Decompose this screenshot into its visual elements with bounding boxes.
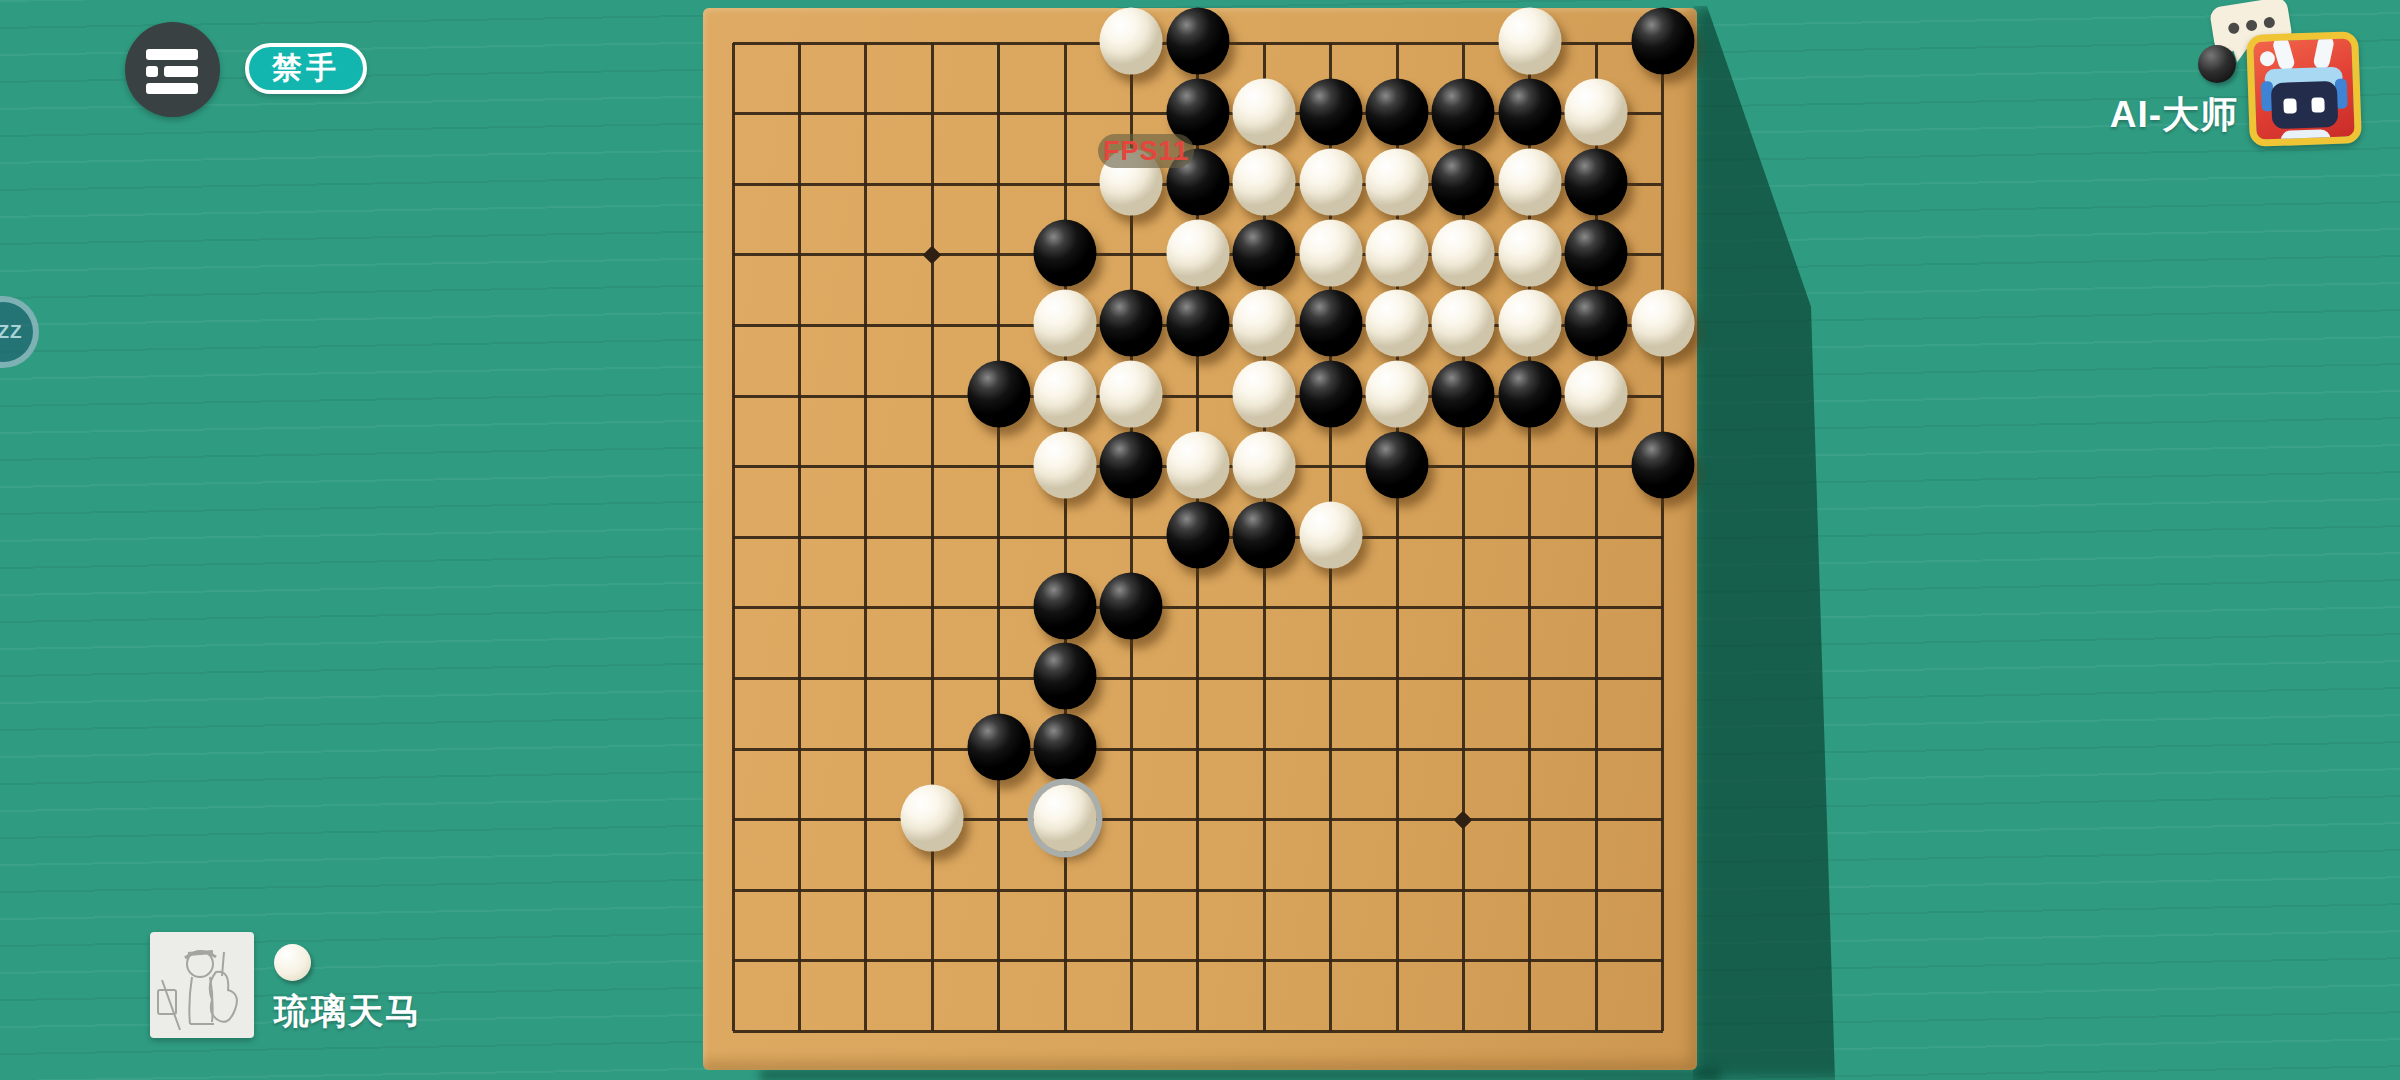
stone-black: [1299, 290, 1362, 357]
stone-white: [1498, 7, 1561, 74]
stone-black: [1631, 431, 1694, 498]
stone-white: [1432, 219, 1495, 286]
rule-button-label: 禁手: [272, 48, 340, 89]
stone-white: [1034, 290, 1097, 357]
player-white-stone-icon: [274, 944, 311, 981]
stone-white: [1233, 149, 1296, 216]
stone-white: [1366, 290, 1429, 357]
stone-white: [1233, 431, 1296, 498]
grid-line: [733, 889, 1663, 892]
star-point: [923, 246, 941, 264]
stone-white: [1166, 219, 1229, 286]
stone-white: [1565, 360, 1628, 427]
grid-line: [733, 1030, 1663, 1033]
stone-black: [1100, 572, 1163, 639]
stone-white: [1034, 360, 1097, 427]
stone-black: [1366, 78, 1429, 145]
stone-black: [967, 713, 1030, 780]
stone-black: [1166, 502, 1229, 569]
star-point: [1454, 810, 1472, 828]
stone-white: [1366, 149, 1429, 216]
stone-white: [1498, 219, 1561, 286]
stone-black: [1100, 290, 1163, 357]
sleep-badge-label: ZZ: [0, 321, 23, 343]
stone-black: [1565, 149, 1628, 216]
stone-black: [1432, 360, 1495, 427]
menu-button[interactable]: [125, 22, 220, 117]
forbidden-move-rule-button[interactable]: 禁手: [245, 43, 367, 94]
gomoku-board[interactable]: [703, 8, 1697, 1070]
stone-black: [1233, 502, 1296, 569]
stone-black: [1100, 431, 1163, 498]
stone-black: [1166, 290, 1229, 357]
grid-line: [733, 959, 1663, 962]
ai-panel: AI-大师: [2080, 0, 2400, 170]
stone-white: [1498, 149, 1561, 216]
stone-white: [1299, 502, 1362, 569]
stone-white: [1100, 360, 1163, 427]
stone-white: [1432, 290, 1495, 357]
robot-avatar[interactable]: [2246, 31, 2362, 147]
fps-debug-badge: FPS11: [1098, 134, 1194, 168]
stone-white: [1366, 219, 1429, 286]
stone-white: [1233, 290, 1296, 357]
stone-white: [1034, 784, 1097, 851]
stone-black: [1034, 643, 1097, 710]
stone-black: [967, 360, 1030, 427]
stone-black: [1299, 360, 1362, 427]
menu-icon: [146, 49, 198, 60]
grid-line: [1661, 43, 1664, 1031]
stone-white: [1299, 149, 1362, 216]
player-name: 琉璃天马: [274, 988, 674, 1035]
stone-white: [1631, 290, 1694, 357]
stone-white: [1565, 78, 1628, 145]
stone-white: [1100, 7, 1163, 74]
stone-white: [1034, 431, 1097, 498]
stone-white: [1366, 360, 1429, 427]
stone-black: [1565, 219, 1628, 286]
player-avatar[interactable]: [150, 932, 254, 1038]
stone-black: [1565, 290, 1628, 357]
stone-white: [1166, 431, 1229, 498]
grid-line: [733, 606, 1663, 609]
stone-white: [901, 784, 964, 851]
stone-black: [1299, 78, 1362, 145]
grid-line: [733, 677, 1663, 680]
stone-white: [1233, 78, 1296, 145]
stone-black: [1432, 78, 1495, 145]
stone-black: [1166, 7, 1229, 74]
grid-line: [733, 748, 1663, 751]
stone-white: [1233, 360, 1296, 427]
stone-white: [1299, 219, 1362, 286]
stone-black: [1034, 219, 1097, 286]
stone-white: [1498, 290, 1561, 357]
stone-black: [1498, 78, 1561, 145]
stone-black: [1631, 7, 1694, 74]
player-avatar-sketch: [150, 932, 254, 1038]
stone-black: [1432, 149, 1495, 216]
fps-label: FPS11: [1103, 136, 1189, 167]
stone-black: [1366, 431, 1429, 498]
ai-black-stone-icon: [2198, 45, 2236, 83]
stone-black: [1034, 572, 1097, 639]
stone-black: [1233, 219, 1296, 286]
stone-black: [1498, 360, 1561, 427]
ai-name: AI-大师: [2080, 90, 2238, 140]
stone-black: [1034, 713, 1097, 780]
grid-line: [733, 818, 1663, 821]
